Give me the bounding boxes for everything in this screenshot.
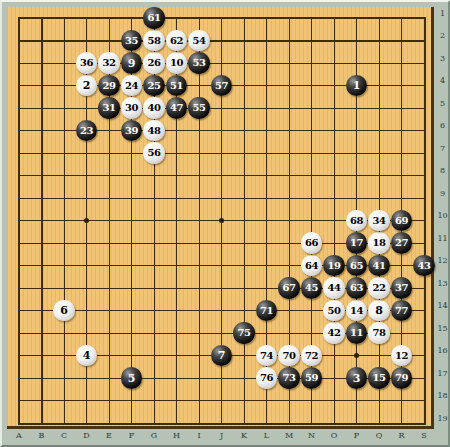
move-number: 6 bbox=[60, 305, 68, 316]
move-number: 77 bbox=[395, 306, 408, 316]
stone-black-35-F2: 35 bbox=[121, 30, 143, 52]
move-number: 47 bbox=[170, 103, 183, 113]
goban: 1234567891011121415171819222324252627293… bbox=[7, 7, 434, 429]
star-point bbox=[354, 353, 359, 358]
move-number: 44 bbox=[328, 283, 341, 293]
move-number: 55 bbox=[193, 103, 206, 113]
stone-white-6-C14: 6 bbox=[53, 300, 75, 322]
column-labels: ABCDEFGHIJKLMNOPQRS bbox=[8, 431, 436, 440]
move-number: 64 bbox=[305, 261, 318, 271]
stone-black-5-F17: 5 bbox=[121, 367, 143, 389]
stone-black-15-Q17: 15 bbox=[368, 367, 390, 389]
move-number: 70 bbox=[283, 351, 296, 361]
column-label: F bbox=[120, 431, 143, 440]
move-number: 41 bbox=[373, 261, 386, 271]
stone-white-18-Q11: 18 bbox=[368, 232, 390, 254]
move-number: 43 bbox=[418, 261, 431, 271]
row-label: 13 bbox=[435, 272, 450, 295]
move-number: 69 bbox=[395, 216, 408, 226]
star-point bbox=[219, 218, 224, 223]
move-number: 58 bbox=[148, 36, 161, 46]
stone-white-44-O13: 44 bbox=[323, 277, 345, 299]
move-number: 35 bbox=[125, 36, 138, 46]
move-number: 31 bbox=[103, 103, 116, 113]
row-label: 3 bbox=[435, 47, 450, 70]
row-label: 8 bbox=[435, 159, 450, 182]
row-labels: 12345678910111213141516171819 bbox=[435, 2, 450, 430]
column-label: R bbox=[390, 431, 413, 440]
stone-white-74-L16: 74 bbox=[256, 345, 278, 367]
stone-black-63-P13: 63 bbox=[346, 277, 368, 299]
stone-white-72-N16: 72 bbox=[301, 345, 323, 367]
stone-white-70-M16: 70 bbox=[278, 345, 300, 367]
stone-black-79-R17: 79 bbox=[391, 367, 413, 389]
move-number: 67 bbox=[283, 283, 296, 293]
move-number: 79 bbox=[395, 373, 408, 383]
stone-white-66-N11: 66 bbox=[301, 232, 323, 254]
stone-black-11-P15: 11 bbox=[346, 322, 368, 344]
stone-black-47-H5: 47 bbox=[166, 97, 188, 119]
stone-white-10-H3: 10 bbox=[166, 52, 188, 74]
stone-black-29-E4: 29 bbox=[98, 75, 120, 97]
row-label: 5 bbox=[435, 92, 450, 115]
move-number: 2 bbox=[83, 80, 91, 91]
stone-black-9-F3: 9 bbox=[121, 52, 143, 74]
row-label: 12 bbox=[435, 249, 450, 272]
move-number: 3 bbox=[353, 373, 361, 384]
stone-white-34-Q10: 34 bbox=[368, 210, 390, 232]
move-number: 14 bbox=[350, 306, 363, 316]
stone-white-4-D16: 4 bbox=[76, 345, 98, 367]
move-number: 37 bbox=[395, 283, 408, 293]
stone-white-36-D3: 36 bbox=[76, 52, 98, 74]
column-label: L bbox=[255, 431, 278, 440]
move-number: 40 bbox=[148, 103, 161, 113]
column-label: A bbox=[8, 431, 31, 440]
move-number: 18 bbox=[373, 238, 386, 248]
move-number: 78 bbox=[373, 328, 386, 338]
stone-white-12-R16: 12 bbox=[391, 345, 413, 367]
move-number: 63 bbox=[350, 283, 363, 293]
stone-black-57-J4: 57 bbox=[211, 75, 233, 97]
move-number: 39 bbox=[125, 126, 138, 136]
stone-black-23-D6: 23 bbox=[76, 120, 98, 142]
row-label: 18 bbox=[435, 384, 450, 407]
move-number: 66 bbox=[305, 238, 318, 248]
row-label: 7 bbox=[435, 137, 450, 160]
row-label: 10 bbox=[435, 204, 450, 227]
stone-white-14-P14: 14 bbox=[346, 300, 368, 322]
stone-white-68-P10: 68 bbox=[346, 210, 368, 232]
stone-white-76-L17: 76 bbox=[256, 367, 278, 389]
stone-black-19-O12: 19 bbox=[323, 255, 345, 277]
move-number: 8 bbox=[375, 305, 383, 316]
stone-black-65-P12: 65 bbox=[346, 255, 368, 277]
stone-black-31-E5: 31 bbox=[98, 97, 120, 119]
stone-white-48-G6: 48 bbox=[143, 120, 165, 142]
star-point bbox=[84, 218, 89, 223]
stone-white-22-Q13: 22 bbox=[368, 277, 390, 299]
column-label: P bbox=[345, 431, 368, 440]
row-label: 6 bbox=[435, 114, 450, 137]
stone-white-78-Q15: 78 bbox=[368, 322, 390, 344]
column-label: H bbox=[165, 431, 188, 440]
stone-black-37-R13: 37 bbox=[391, 277, 413, 299]
move-number: 53 bbox=[193, 58, 206, 68]
stone-white-40-G5: 40 bbox=[143, 97, 165, 119]
stone-white-42-O15: 42 bbox=[323, 322, 345, 344]
stone-black-39-F6: 39 bbox=[121, 120, 143, 142]
row-label: 14 bbox=[435, 294, 450, 317]
column-label: J bbox=[210, 431, 233, 440]
move-number: 9 bbox=[128, 58, 136, 69]
stone-black-73-M17: 73 bbox=[278, 367, 300, 389]
move-number: 27 bbox=[395, 238, 408, 248]
stone-white-32-E3: 32 bbox=[98, 52, 120, 74]
column-label: D bbox=[75, 431, 98, 440]
row-label: 9 bbox=[435, 182, 450, 205]
row-label: 11 bbox=[435, 227, 450, 250]
move-number: 57 bbox=[215, 81, 228, 91]
move-number: 59 bbox=[305, 373, 318, 383]
stone-black-51-H4: 51 bbox=[166, 75, 188, 97]
stone-white-56-G7: 56 bbox=[143, 142, 165, 164]
stone-black-77-R14: 77 bbox=[391, 300, 413, 322]
move-number: 5 bbox=[128, 373, 136, 384]
column-label: E bbox=[98, 431, 121, 440]
stone-white-54-I2: 54 bbox=[188, 30, 210, 52]
stone-black-43-S12: 43 bbox=[413, 255, 435, 277]
move-number: 10 bbox=[170, 58, 183, 68]
move-number: 54 bbox=[193, 36, 206, 46]
stone-white-50-O14: 50 bbox=[323, 300, 345, 322]
row-label: 16 bbox=[435, 339, 450, 362]
move-number: 32 bbox=[103, 58, 116, 68]
stone-black-53-I3: 53 bbox=[188, 52, 210, 74]
stone-black-27-R11: 27 bbox=[391, 232, 413, 254]
move-number: 50 bbox=[328, 306, 341, 316]
move-number: 7 bbox=[218, 350, 226, 361]
stone-black-41-Q12: 41 bbox=[368, 255, 390, 277]
move-number: 30 bbox=[125, 103, 138, 113]
move-number: 65 bbox=[350, 261, 363, 271]
stone-white-64-N12: 64 bbox=[301, 255, 323, 277]
column-label: B bbox=[30, 431, 53, 440]
move-number: 71 bbox=[260, 306, 273, 316]
move-number: 75 bbox=[238, 328, 251, 338]
move-number: 56 bbox=[148, 148, 161, 158]
stone-white-26-G3: 26 bbox=[143, 52, 165, 74]
move-number: 74 bbox=[260, 351, 273, 361]
column-label: Q bbox=[368, 431, 391, 440]
move-number: 25 bbox=[148, 81, 161, 91]
row-label: 1 bbox=[435, 2, 450, 25]
stone-black-7-J16: 7 bbox=[211, 345, 233, 367]
move-number: 24 bbox=[125, 81, 138, 91]
column-label: O bbox=[323, 431, 346, 440]
move-number: 19 bbox=[328, 261, 341, 271]
move-number: 4 bbox=[83, 350, 91, 361]
move-number: 12 bbox=[395, 351, 408, 361]
move-number: 51 bbox=[170, 81, 183, 91]
move-number: 11 bbox=[350, 328, 363, 338]
column-label: N bbox=[300, 431, 323, 440]
row-label: 2 bbox=[435, 24, 450, 47]
stone-black-69-R10: 69 bbox=[391, 210, 413, 232]
move-number: 62 bbox=[170, 36, 183, 46]
move-number: 73 bbox=[283, 373, 296, 383]
board-frame: 1234567891011121415171819222324252627293… bbox=[0, 0, 450, 447]
move-number: 29 bbox=[103, 81, 116, 91]
column-label: K bbox=[233, 431, 256, 440]
row-label: 15 bbox=[435, 317, 450, 340]
stone-black-17-P11: 17 bbox=[346, 232, 368, 254]
column-label: I bbox=[188, 431, 211, 440]
move-number: 36 bbox=[80, 58, 93, 68]
move-number: 34 bbox=[373, 216, 386, 226]
stone-black-3-P17: 3 bbox=[346, 367, 368, 389]
stone-black-67-M13: 67 bbox=[278, 277, 300, 299]
stone-black-59-N17: 59 bbox=[301, 367, 323, 389]
move-number: 26 bbox=[148, 58, 161, 68]
stone-black-55-I5: 55 bbox=[188, 97, 210, 119]
column-label: S bbox=[413, 431, 436, 440]
stone-white-8-Q14: 8 bbox=[368, 300, 390, 322]
stone-black-1-P4: 1 bbox=[346, 75, 368, 97]
column-label: G bbox=[143, 431, 166, 440]
stone-white-24-F4: 24 bbox=[121, 75, 143, 97]
column-label: M bbox=[278, 431, 301, 440]
stone-black-71-L14: 71 bbox=[256, 300, 278, 322]
move-number: 22 bbox=[373, 283, 386, 293]
move-number: 1 bbox=[353, 80, 361, 91]
stone-grid: 1234567891011121415171819222324252627293… bbox=[8, 7, 436, 435]
move-number: 17 bbox=[350, 238, 363, 248]
stone-white-62-H2: 62 bbox=[166, 30, 188, 52]
move-number: 48 bbox=[148, 126, 161, 136]
stone-black-45-N13: 45 bbox=[301, 277, 323, 299]
move-number: 76 bbox=[260, 373, 273, 383]
stone-white-2-D4: 2 bbox=[76, 75, 98, 97]
move-number: 72 bbox=[305, 351, 318, 361]
stone-black-25-G4: 25 bbox=[143, 75, 165, 97]
move-number: 15 bbox=[373, 373, 386, 383]
move-number: 23 bbox=[80, 126, 93, 136]
column-label: C bbox=[53, 431, 76, 440]
move-number: 42 bbox=[328, 328, 341, 338]
stone-white-58-G2: 58 bbox=[143, 30, 165, 52]
move-number: 68 bbox=[350, 216, 363, 226]
row-label: 19 bbox=[435, 407, 450, 430]
stone-black-61-G1: 61 bbox=[143, 7, 165, 29]
stone-black-75-K15: 75 bbox=[233, 322, 255, 344]
stone-white-30-F5: 30 bbox=[121, 97, 143, 119]
row-label: 4 bbox=[435, 69, 450, 92]
move-number: 61 bbox=[148, 13, 161, 23]
row-label: 17 bbox=[435, 362, 450, 385]
move-number: 45 bbox=[305, 283, 318, 293]
